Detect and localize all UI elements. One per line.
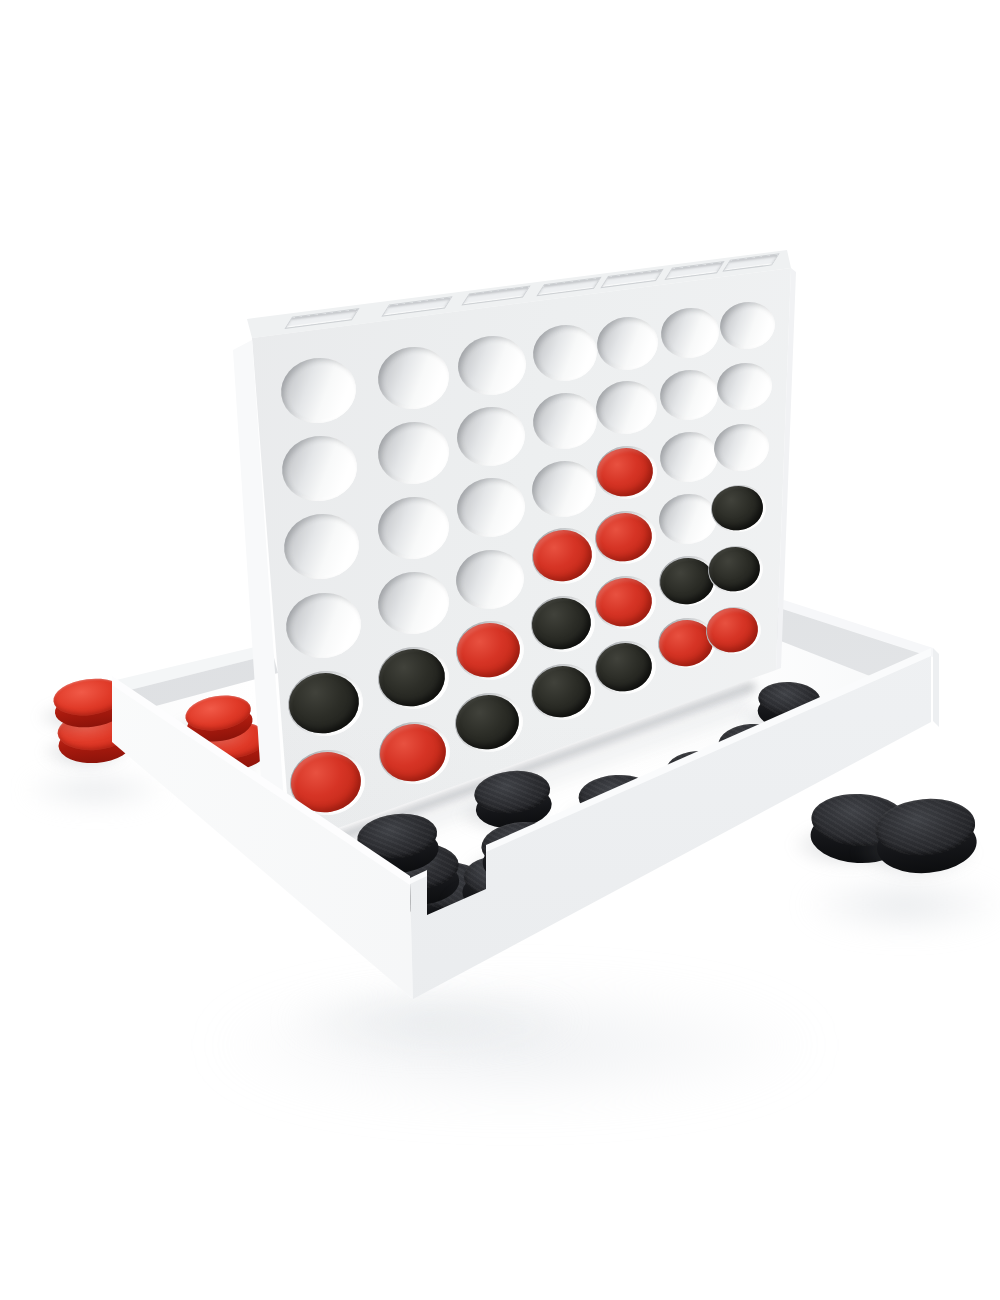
disc-side-face <box>875 813 980 878</box>
ground-reflection <box>280 985 580 1055</box>
disc-shadow <box>35 700 125 734</box>
loose-black-disc <box>873 795 979 877</box>
connect-four-product-photo <box>0 0 1000 1300</box>
disc-top-face <box>873 795 978 860</box>
loose-black-disc <box>809 792 908 866</box>
disc-shadow <box>854 826 979 879</box>
disc-top-face <box>810 792 909 849</box>
disc-shadow <box>789 820 909 869</box>
ground-reflection <box>20 768 170 812</box>
disc-side-face <box>809 809 908 866</box>
ground-reflection <box>800 875 1000 935</box>
